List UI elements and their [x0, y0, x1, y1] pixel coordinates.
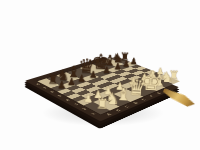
white-rook[interactable]: ♜: [95, 96, 108, 111]
black-pawn[interactable]: ♟: [57, 80, 66, 90]
black-pawn[interactable]: ♟: [114, 62, 122, 71]
black-pawn[interactable]: ♟: [130, 57, 138, 66]
black-pawn[interactable]: ♟: [102, 65, 111, 75]
white-pawn[interactable]: ♟: [83, 93, 93, 104]
black-pawn[interactable]: ♟: [122, 59, 130, 68]
black-pawn[interactable]: ♟: [67, 77, 76, 87]
black-pawn[interactable]: ♟: [89, 70, 98, 80]
chess-set-photo: 87654321 ABCDEFGH ♜♞♝♛♚♝♞♜♟♟♟♟♟♟♟♟♟♟♟♟♟♟…: [0, 0, 200, 150]
black-pawn[interactable]: ♟: [77, 73, 86, 83]
